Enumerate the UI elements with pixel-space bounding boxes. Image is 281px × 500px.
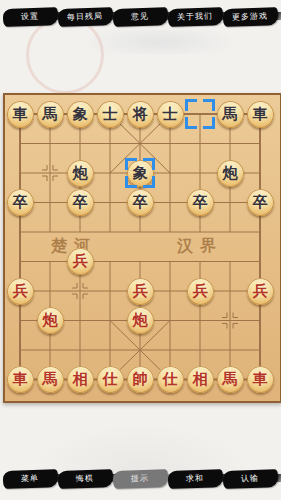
piece-black-chariot[interactable]: 車 (247, 101, 274, 128)
piece-black-horse[interactable]: 馬 (217, 101, 244, 128)
hint-button[interactable]: 提示 (113, 469, 169, 489)
settings-button[interactable]: 设置 (3, 7, 59, 27)
piece-red-chariot[interactable]: 車 (7, 366, 34, 393)
piece-black-advisor[interactable]: 士 (157, 101, 184, 128)
piece-black-soldier[interactable]: 卒 (187, 189, 214, 216)
ink-wash-bottom-decoration (0, 402, 281, 472)
piece-red-cannon[interactable]: 炮 (127, 307, 154, 334)
piece-black-general[interactable]: 将 (127, 101, 154, 128)
piece-red-advisor[interactable]: 仕 (157, 366, 184, 393)
piece-red-horse[interactable]: 馬 (37, 366, 64, 393)
more-games-button[interactable]: 更多游戏 (223, 7, 279, 27)
piece-red-elephant[interactable]: 相 (67, 366, 94, 393)
draw-button[interactable]: 求和 (168, 469, 224, 489)
menu-button[interactable]: 菜单 (3, 469, 59, 489)
piece-red-general[interactable]: 帥 (127, 366, 154, 393)
piece-red-soldier[interactable]: 兵 (67, 248, 94, 275)
piece-red-soldier[interactable]: 兵 (7, 278, 34, 305)
piece-black-cannon[interactable]: 炮 (217, 160, 244, 187)
piece-red-chariot[interactable]: 車 (247, 366, 274, 393)
piece-black-chariot[interactable]: 車 (7, 101, 34, 128)
piece-red-elephant[interactable]: 相 (187, 366, 214, 393)
piece-black-horse[interactable]: 馬 (37, 101, 64, 128)
top-toolbar: 设置 每日残局 意见 关于我们 更多游戏 (0, 8, 281, 26)
undo-button[interactable]: 悔棋 (58, 469, 114, 489)
piece-black-soldier[interactable]: 卒 (247, 189, 274, 216)
piece-black-soldier[interactable]: 卒 (67, 189, 94, 216)
piece-black-elephant[interactable]: 象 (67, 101, 94, 128)
river-label-right: 汉界 (177, 236, 223, 258)
piece-black-soldier[interactable]: 卒 (127, 189, 154, 216)
board-grid (5, 95, 276, 397)
piece-black-elephant[interactable]: 象 (127, 160, 154, 187)
daily-puzzle-button[interactable]: 每日残局 (58, 7, 114, 27)
ink-circle-decoration (26, 16, 104, 94)
piece-black-advisor[interactable]: 士 (97, 101, 124, 128)
piece-red-horse[interactable]: 馬 (217, 366, 244, 393)
piece-red-advisor[interactable]: 仕 (97, 366, 124, 393)
piece-black-cannon[interactable]: 炮 (67, 160, 94, 187)
resign-button[interactable]: 认输 (223, 469, 279, 489)
piece-black-soldier[interactable]: 卒 (7, 189, 34, 216)
piece-red-cannon[interactable]: 炮 (37, 307, 64, 334)
about-button[interactable]: 关于我们 (168, 7, 224, 27)
feedback-button[interactable]: 意见 (113, 7, 169, 27)
piece-red-soldier[interactable]: 兵 (187, 278, 214, 305)
bottom-toolbar: 菜单 悔棋 提示 求和 认输 (0, 470, 281, 488)
piece-red-soldier[interactable]: 兵 (127, 278, 154, 305)
xiangqi-board[interactable]: 楚河 汉界 車馬象士将士馬車炮象炮卒卒卒卒卒兵兵兵兵兵炮炮車馬相仕帥仕相馬車 (3, 93, 281, 403)
ink-wash-top-decoration (55, 30, 265, 54)
piece-red-soldier[interactable]: 兵 (247, 278, 274, 305)
